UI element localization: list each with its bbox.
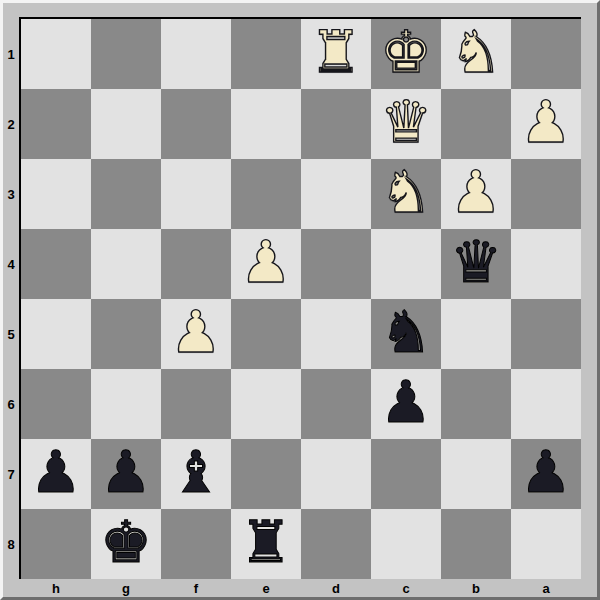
- piece-black-pawn[interactable]: ♟: [380, 369, 432, 437]
- square-a6[interactable]: [511, 369, 581, 439]
- square-a7[interactable]: ♟: [511, 439, 581, 509]
- file-labels: hgfedcba: [21, 579, 581, 597]
- square-b8[interactable]: [441, 509, 511, 579]
- square-b2[interactable]: [441, 89, 511, 159]
- file-label-b: b: [441, 579, 511, 597]
- square-a2[interactable]: ♟: [511, 89, 581, 159]
- square-e8[interactable]: ♜: [231, 509, 301, 579]
- piece-black-pawn[interactable]: ♟: [30, 439, 82, 507]
- square-e6[interactable]: [231, 369, 301, 439]
- square-c7[interactable]: [371, 439, 441, 509]
- piece-black-bishop[interactable]: ♝: [170, 439, 222, 507]
- square-f5[interactable]: ♟: [161, 299, 231, 369]
- square-e5[interactable]: [231, 299, 301, 369]
- square-f3[interactable]: [161, 159, 231, 229]
- square-c1[interactable]: ♚: [371, 19, 441, 89]
- square-d7[interactable]: [301, 439, 371, 509]
- square-f6[interactable]: [161, 369, 231, 439]
- square-c4[interactable]: [371, 229, 441, 299]
- square-g8[interactable]: ♚: [91, 509, 161, 579]
- piece-black-pawn[interactable]: ♟: [100, 439, 152, 507]
- piece-white-knight[interactable]: ♞: [380, 159, 432, 227]
- square-e1[interactable]: [231, 19, 301, 89]
- piece-white-king[interactable]: ♚: [380, 19, 432, 87]
- rank-label-3: 3: [3, 159, 19, 229]
- square-h6[interactable]: [21, 369, 91, 439]
- piece-white-pawn[interactable]: ♟: [520, 89, 572, 157]
- piece-black-knight[interactable]: ♞: [380, 299, 432, 367]
- file-label-h: h: [21, 579, 91, 597]
- square-d2[interactable]: [301, 89, 371, 159]
- file-label-c: c: [371, 579, 441, 597]
- square-f1[interactable]: [161, 19, 231, 89]
- square-h4[interactable]: [21, 229, 91, 299]
- square-a1[interactable]: [511, 19, 581, 89]
- piece-white-pawn[interactable]: ♟: [240, 229, 292, 297]
- square-h1[interactable]: [21, 19, 91, 89]
- square-h7[interactable]: ♟: [21, 439, 91, 509]
- piece-black-queen[interactable]: ♛: [450, 229, 502, 297]
- square-d8[interactable]: [301, 509, 371, 579]
- square-g3[interactable]: [91, 159, 161, 229]
- rank-label-1: 1: [3, 19, 19, 89]
- piece-white-pawn[interactable]: ♟: [170, 299, 222, 367]
- square-b4[interactable]: ♛: [441, 229, 511, 299]
- square-g5[interactable]: [91, 299, 161, 369]
- square-b3[interactable]: ♟: [441, 159, 511, 229]
- rank-labels: 12345678: [3, 19, 19, 579]
- rank-label-8: 8: [3, 509, 19, 579]
- piece-black-rook[interactable]: ♜: [240, 509, 292, 577]
- square-d6[interactable]: [301, 369, 371, 439]
- square-g1[interactable]: [91, 19, 161, 89]
- square-e4[interactable]: ♟: [231, 229, 301, 299]
- file-label-a: a: [511, 579, 581, 597]
- square-g2[interactable]: [91, 89, 161, 159]
- square-c2[interactable]: ♛: [371, 89, 441, 159]
- rank-label-2: 2: [3, 89, 19, 159]
- square-c3[interactable]: ♞: [371, 159, 441, 229]
- square-d4[interactable]: [301, 229, 371, 299]
- square-b5[interactable]: [441, 299, 511, 369]
- square-c8[interactable]: [371, 509, 441, 579]
- piece-black-pawn[interactable]: ♟: [520, 439, 572, 507]
- square-a4[interactable]: [511, 229, 581, 299]
- square-d1[interactable]: ♜: [301, 19, 371, 89]
- square-c6[interactable]: ♟: [371, 369, 441, 439]
- square-a3[interactable]: [511, 159, 581, 229]
- piece-white-rook[interactable]: ♜: [310, 19, 362, 87]
- square-c5[interactable]: ♞: [371, 299, 441, 369]
- file-label-g: g: [91, 579, 161, 597]
- square-e7[interactable]: [231, 439, 301, 509]
- square-b6[interactable]: [441, 369, 511, 439]
- square-f2[interactable]: [161, 89, 231, 159]
- chess-board[interactable]: ♜♚♞♛♟♞♟♟♛♟♞♟♟♟♝♟♚♜: [19, 17, 581, 579]
- square-e3[interactable]: [231, 159, 301, 229]
- file-label-d: d: [301, 579, 371, 597]
- square-a8[interactable]: [511, 509, 581, 579]
- square-b1[interactable]: ♞: [441, 19, 511, 89]
- square-a5[interactable]: [511, 299, 581, 369]
- square-b7[interactable]: [441, 439, 511, 509]
- square-g6[interactable]: [91, 369, 161, 439]
- rank-label-5: 5: [3, 299, 19, 369]
- chess-diagram: 12345678 ♜♚♞♛♟♞♟♟♛♟♞♟♟♟♝♟♚♜ hgfedcba: [0, 0, 600, 600]
- square-f4[interactable]: [161, 229, 231, 299]
- rank-label-4: 4: [3, 229, 19, 299]
- piece-white-pawn[interactable]: ♟: [450, 159, 502, 227]
- piece-white-knight[interactable]: ♞: [450, 19, 502, 87]
- square-d3[interactable]: [301, 159, 371, 229]
- square-f8[interactable]: [161, 509, 231, 579]
- file-label-f: f: [161, 579, 231, 597]
- square-f7[interactable]: ♝: [161, 439, 231, 509]
- piece-white-queen[interactable]: ♛: [380, 89, 432, 157]
- square-e2[interactable]: [231, 89, 301, 159]
- square-h2[interactable]: [21, 89, 91, 159]
- square-h5[interactable]: [21, 299, 91, 369]
- rank-label-7: 7: [3, 439, 19, 509]
- square-h8[interactable]: [21, 509, 91, 579]
- square-g4[interactable]: [91, 229, 161, 299]
- square-h3[interactable]: [21, 159, 91, 229]
- square-g7[interactable]: ♟: [91, 439, 161, 509]
- rank-label-6: 6: [3, 369, 19, 439]
- file-label-e: e: [231, 579, 301, 597]
- square-d5[interactable]: [301, 299, 371, 369]
- piece-black-king[interactable]: ♚: [100, 509, 152, 577]
